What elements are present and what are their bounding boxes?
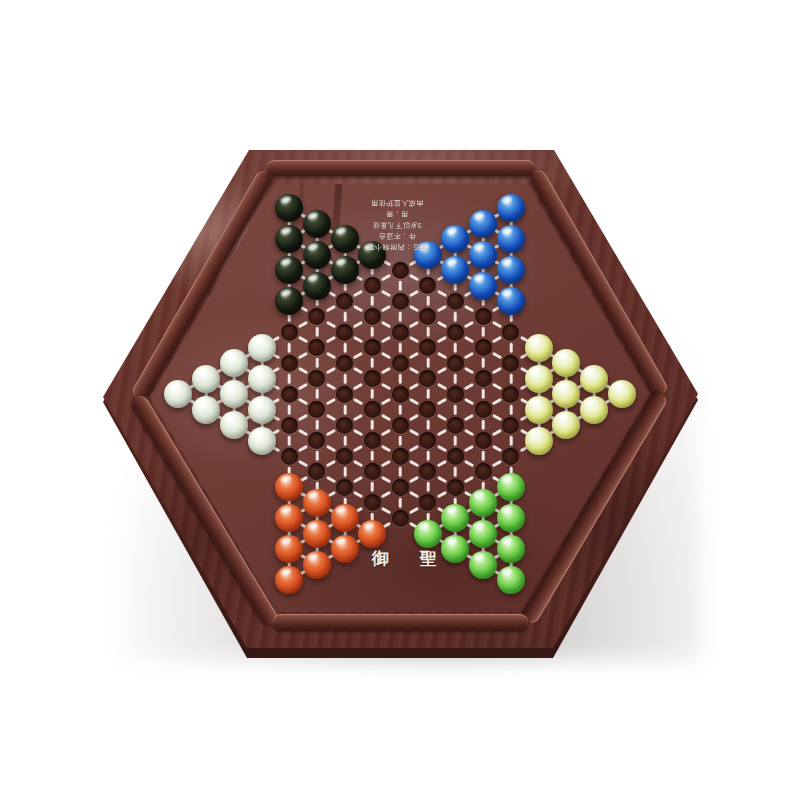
black-marble[interactable]: [275, 256, 303, 284]
lattice-dash: [436, 460, 446, 468]
lattice-dash: [315, 389, 318, 399]
lattice-dash: [409, 320, 419, 328]
green-marble[interactable]: [469, 520, 497, 548]
lattice-dash: [353, 289, 363, 297]
lattice-dash: [315, 327, 318, 337]
yellow-marble[interactable]: [525, 365, 553, 393]
board-hole[interactable]: [281, 386, 298, 403]
lattice-dash: [409, 305, 419, 313]
board-hole[interactable]: [475, 432, 492, 449]
white-marble[interactable]: [248, 427, 276, 455]
lattice-dash: [353, 444, 363, 452]
lattice-dash: [509, 373, 512, 383]
lattice-dash: [409, 382, 419, 390]
lattice-dash: [398, 497, 401, 507]
lattice-dash: [371, 327, 374, 337]
green-marble[interactable]: [497, 504, 525, 532]
lattice-dash: [381, 382, 391, 390]
lattice-dash: [353, 491, 363, 499]
warning-line: 警告：内附细小零件，不适合: [366, 231, 428, 253]
lattice-dash: [409, 444, 419, 452]
lattice-dash: [436, 413, 446, 421]
blue-marble[interactable]: [469, 241, 497, 269]
lattice-dash: [381, 367, 391, 375]
white-marble[interactable]: [192, 396, 220, 424]
black-marble[interactable]: [303, 272, 331, 300]
black-marble[interactable]: [275, 287, 303, 315]
blue-marble[interactable]: [441, 256, 469, 284]
red-marble[interactable]: [275, 535, 303, 563]
board-hole[interactable]: [447, 417, 464, 434]
green-marble[interactable]: [469, 489, 497, 517]
lattice-dash: [492, 367, 502, 375]
board-hole[interactable]: [336, 479, 353, 496]
blue-marble[interactable]: [441, 225, 469, 253]
board-hole[interactable]: [364, 401, 381, 418]
white-marble[interactable]: [220, 411, 248, 439]
white-marble[interactable]: [192, 365, 220, 393]
red-marble[interactable]: [358, 520, 386, 548]
board-hole[interactable]: [502, 448, 519, 465]
lattice-dash: [343, 466, 346, 476]
lattice-dash: [353, 429, 363, 437]
red-marble[interactable]: [331, 504, 359, 532]
lattice-dash: [298, 460, 308, 468]
black-marble[interactable]: [303, 210, 331, 238]
board-hole[interactable]: [392, 386, 409, 403]
board-hole[interactable]: [502, 417, 519, 434]
board-hole[interactable]: [447, 324, 464, 341]
yellow-marble[interactable]: [608, 380, 636, 408]
board-hole[interactable]: [419, 463, 436, 480]
lattice-dash: [326, 429, 336, 437]
lattice-dash: [436, 398, 446, 406]
board-hole[interactable]: [419, 277, 436, 294]
lattice-dash: [436, 382, 446, 390]
board-hole[interactable]: [392, 448, 409, 465]
lattice-dash: [436, 320, 446, 328]
lattice-dash: [298, 444, 308, 452]
lattice-dash: [326, 382, 336, 390]
lattice-dash: [353, 398, 363, 406]
lattice-dash: [298, 336, 308, 344]
board-hole[interactable]: [336, 324, 353, 341]
lattice-dash: [436, 305, 446, 313]
lattice-dash: [381, 351, 391, 359]
lattice-dash: [492, 351, 502, 359]
board-hole[interactable]: [336, 355, 353, 372]
red-marble[interactable]: [303, 520, 331, 548]
lattice-dash: [398, 466, 401, 476]
green-marble[interactable]: [497, 473, 525, 501]
photo-canvas: 警告：内附细小零件，不适合 3岁以下儿童使用，需 由成人监护使用 御 聖: [0, 0, 800, 800]
lattice-dash: [436, 475, 446, 483]
lattice-dash: [353, 320, 363, 328]
blue-marble[interactable]: [469, 210, 497, 238]
yellow-marble[interactable]: [552, 349, 580, 377]
board-hole[interactable]: [308, 339, 325, 356]
board-hole[interactable]: [502, 355, 519, 372]
lattice-dash: [436, 351, 446, 359]
board-hole[interactable]: [364, 494, 381, 511]
black-marble[interactable]: [331, 256, 359, 284]
green-marble[interactable]: [469, 551, 497, 579]
lattice-dash: [409, 491, 419, 499]
lattice-dash: [287, 342, 290, 352]
lattice-dash: [436, 367, 446, 375]
lattice-dash: [287, 373, 290, 383]
hole-grid: [0, 0, 800, 800]
board-hole[interactable]: [364, 339, 381, 356]
board-hole[interactable]: [447, 293, 464, 310]
red-marble[interactable]: [275, 504, 303, 532]
board-hole[interactable]: [392, 355, 409, 372]
board-hole[interactable]: [447, 386, 464, 403]
lattice-dash: [464, 444, 474, 452]
board-hole[interactable]: [447, 448, 464, 465]
board-hole[interactable]: [308, 308, 325, 325]
lattice-dash: [436, 491, 446, 499]
green-marble[interactable]: [497, 535, 525, 563]
board-hole[interactable]: [336, 448, 353, 465]
lattice-dash: [298, 398, 308, 406]
lattice-dash: [464, 460, 474, 468]
blue-marble[interactable]: [497, 194, 525, 222]
lattice-dash: [409, 429, 419, 437]
board-hole[interactable]: [502, 324, 519, 341]
lattice-dash: [353, 367, 363, 375]
yellow-marble[interactable]: [525, 396, 553, 424]
lattice-dash: [398, 404, 401, 414]
lattice-dash: [492, 382, 502, 390]
board-hole[interactable]: [308, 432, 325, 449]
lattice-dash: [381, 398, 391, 406]
lattice-dash: [464, 429, 474, 437]
warning-line: 由成人监护使用: [366, 198, 428, 209]
white-marble[interactable]: [220, 349, 248, 377]
lattice-dash: [426, 482, 429, 492]
yellow-marble[interactable]: [580, 396, 608, 424]
lattice-dash: [353, 460, 363, 468]
lattice-dash: [371, 482, 374, 492]
lattice-dash: [481, 358, 484, 368]
board-hole[interactable]: [419, 432, 436, 449]
lattice-dash: [464, 351, 474, 359]
lattice-dash: [481, 451, 484, 461]
lattice-dash: [426, 420, 429, 430]
lattice-dash: [287, 435, 290, 445]
board-hole[interactable]: [308, 463, 325, 480]
lattice-dash: [492, 460, 502, 468]
red-marble[interactable]: [303, 489, 331, 517]
lattice-dash: [353, 413, 363, 421]
yellow-marble[interactable]: [525, 334, 553, 362]
board-hole[interactable]: [364, 463, 381, 480]
lattice-dash: [298, 367, 308, 375]
lattice-dash: [326, 475, 336, 483]
green-marble[interactable]: [441, 504, 469, 532]
board-hole[interactable]: [392, 262, 409, 279]
lattice-dash: [343, 311, 346, 321]
lattice-dash: [326, 460, 336, 468]
lattice-dash: [492, 444, 502, 452]
lattice-dash: [436, 336, 446, 344]
lattice-dash: [409, 398, 419, 406]
lattice-dash: [454, 342, 457, 352]
lattice-dash: [492, 320, 502, 328]
board-hole[interactable]: [336, 386, 353, 403]
lattice-dash: [381, 491, 391, 499]
black-marble[interactable]: [275, 225, 303, 253]
lattice-dash: [464, 305, 474, 313]
lattice-dash: [481, 420, 484, 430]
lattice-dash: [343, 435, 346, 445]
lattice-dash: [398, 342, 401, 352]
safety-warning-text: 警告：内附细小零件，不适合 3岁以下儿童使用，需 由成人监护使用: [366, 198, 428, 253]
yellow-marble[interactable]: [525, 427, 553, 455]
green-marble[interactable]: [414, 520, 442, 548]
lattice-dash: [464, 336, 474, 344]
lattice-dash: [326, 351, 336, 359]
lattice-dash: [343, 373, 346, 383]
lattice-dash: [409, 460, 419, 468]
board-hole[interactable]: [419, 339, 436, 356]
lattice-dash: [326, 398, 336, 406]
board-hole[interactable]: [475, 308, 492, 325]
lattice-dash: [426, 389, 429, 399]
lattice-dash: [409, 289, 419, 297]
lattice-dash: [371, 296, 374, 306]
lattice-dash: [426, 358, 429, 368]
lattice-dash: [409, 274, 419, 282]
lattice-dash: [326, 305, 336, 313]
lattice-dash: [454, 311, 457, 321]
lattice-dash: [398, 280, 401, 290]
lattice-dash: [492, 429, 502, 437]
lattice-dash: [326, 444, 336, 452]
black-marble[interactable]: [275, 194, 303, 222]
lattice-dash: [426, 327, 429, 337]
board-hole[interactable]: [281, 417, 298, 434]
lattice-dash: [454, 373, 457, 383]
white-marble[interactable]: [164, 380, 192, 408]
lattice-dash: [381, 289, 391, 297]
lattice-dash: [298, 351, 308, 359]
lattice-dash: [298, 413, 308, 421]
lattice-dash: [353, 475, 363, 483]
lattice-dash: [353, 336, 363, 344]
lattice-dash: [381, 506, 391, 514]
lattice-dash: [381, 429, 391, 437]
lattice-dash: [409, 336, 419, 344]
black-marble[interactable]: [331, 225, 359, 253]
lattice-dash: [371, 358, 374, 368]
white-marble[interactable]: [220, 380, 248, 408]
black-marble[interactable]: [303, 241, 331, 269]
lattice-dash: [436, 429, 446, 437]
board-hole[interactable]: [392, 510, 409, 527]
lattice-dash: [409, 351, 419, 359]
white-marble[interactable]: [248, 334, 276, 362]
lattice-dash: [454, 404, 457, 414]
lattice-dash: [326, 367, 336, 375]
lattice-dash: [298, 382, 308, 390]
board-hole[interactable]: [475, 339, 492, 356]
board-hole[interactable]: [336, 417, 353, 434]
lattice-dash: [436, 289, 446, 297]
lattice-dash: [492, 398, 502, 406]
board-hole[interactable]: [392, 324, 409, 341]
lattice-dash: [298, 320, 308, 328]
red-marble[interactable]: [303, 551, 331, 579]
lattice-dash: [353, 351, 363, 359]
blue-marble[interactable]: [469, 272, 497, 300]
board-hole[interactable]: [475, 463, 492, 480]
board-hole[interactable]: [364, 370, 381, 387]
lattice-dash: [464, 475, 474, 483]
red-marble[interactable]: [275, 473, 303, 501]
lattice-dash: [464, 413, 474, 421]
yellow-marble[interactable]: [552, 411, 580, 439]
yellow-marble[interactable]: [580, 365, 608, 393]
lattice-dash: [492, 413, 502, 421]
warning-line: 3岁以下儿童使用，需: [366, 209, 428, 231]
board-hole[interactable]: [392, 417, 409, 434]
lattice-dash: [509, 342, 512, 352]
lattice-dash: [381, 320, 391, 328]
lattice-dash: [381, 460, 391, 468]
red-marble[interactable]: [331, 535, 359, 563]
white-marble[interactable]: [248, 365, 276, 393]
lattice-dash: [464, 367, 474, 375]
board-hole[interactable]: [364, 432, 381, 449]
blue-marble[interactable]: [497, 256, 525, 284]
lattice-dash: [454, 435, 457, 445]
board-hole[interactable]: [281, 355, 298, 372]
lattice-dash: [481, 327, 484, 337]
lattice-dash: [287, 404, 290, 414]
board-hole[interactable]: [419, 401, 436, 418]
blue-marble[interactable]: [497, 225, 525, 253]
white-marble[interactable]: [248, 396, 276, 424]
board-hole[interactable]: [281, 324, 298, 341]
lattice-dash: [381, 336, 391, 344]
lattice-dash: [409, 413, 419, 421]
lattice-dash: [409, 475, 419, 483]
board-hole[interactable]: [475, 401, 492, 418]
lattice-dash: [492, 336, 502, 344]
lattice-dash: [381, 274, 391, 282]
board-hole[interactable]: [364, 308, 381, 325]
lattice-dash: [398, 435, 401, 445]
brand-logo-text: 御 聖: [372, 547, 450, 570]
board-hole[interactable]: [308, 370, 325, 387]
lattice-dash: [398, 373, 401, 383]
board-hole[interactable]: [475, 370, 492, 387]
lattice-dash: [326, 320, 336, 328]
lattice-dash: [381, 475, 391, 483]
lattice-dash: [509, 435, 512, 445]
lattice-dash: [343, 342, 346, 352]
lattice-dash: [436, 444, 446, 452]
lattice-dash: [353, 382, 363, 390]
lattice-dash: [315, 358, 318, 368]
lattice-dash: [454, 466, 457, 476]
lattice-dash: [398, 311, 401, 321]
lattice-dash: [509, 404, 512, 414]
board-hole[interactable]: [392, 293, 409, 310]
lattice-dash: [315, 451, 318, 461]
lattice-dash: [371, 420, 374, 430]
lattice-dash: [426, 296, 429, 306]
board-hole[interactable]: [419, 308, 436, 325]
lattice-dash: [343, 404, 346, 414]
lattice-dash: [371, 451, 374, 461]
lattice-dash: [371, 389, 374, 399]
lattice-dash: [409, 506, 419, 514]
board-hole[interactable]: [502, 386, 519, 403]
board-hole[interactable]: [392, 479, 409, 496]
lattice-dash: [353, 305, 363, 313]
board-hole[interactable]: [308, 401, 325, 418]
lattice-dash: [464, 320, 474, 328]
lattice-dash: [381, 444, 391, 452]
lattice-dash: [381, 305, 391, 313]
board-hole[interactable]: [419, 494, 436, 511]
lattice-dash: [315, 420, 318, 430]
green-marble[interactable]: [497, 566, 525, 594]
lattice-dash: [481, 389, 484, 399]
lattice-dash: [426, 451, 429, 461]
lattice-dash: [464, 382, 474, 390]
board-hole[interactable]: [281, 448, 298, 465]
board-hole[interactable]: [364, 277, 381, 294]
red-marble[interactable]: [275, 566, 303, 594]
lattice-dash: [464, 398, 474, 406]
board-hole[interactable]: [336, 293, 353, 310]
lattice-dash: [326, 336, 336, 344]
lattice-dash: [409, 367, 419, 375]
board-hole[interactable]: [447, 479, 464, 496]
lattice-dash: [381, 413, 391, 421]
board-hole[interactable]: [447, 355, 464, 372]
board-hole[interactable]: [419, 370, 436, 387]
blue-marble[interactable]: [497, 287, 525, 315]
yellow-marble[interactable]: [552, 380, 580, 408]
lattice-dash: [298, 429, 308, 437]
lattice-dash: [326, 413, 336, 421]
